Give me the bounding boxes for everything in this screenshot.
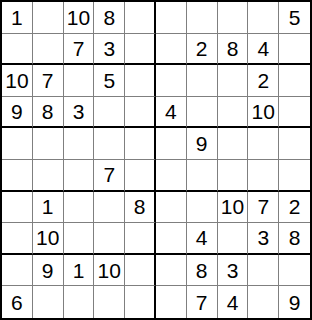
cell-r6c10[interactable] (279, 160, 310, 192)
cell-r2c6[interactable] (156, 34, 187, 66)
cell-r6c3[interactable] (64, 160, 95, 192)
cell-r4c3[interactable]: 3 (64, 97, 95, 129)
cell-r1c8[interactable] (218, 2, 249, 34)
cell-r9c2[interactable]: 9 (33, 255, 64, 287)
cell-r5c6[interactable] (156, 128, 187, 160)
cell-r5c9[interactable] (248, 128, 279, 160)
cell-r1c7[interactable] (187, 2, 218, 34)
cell-r5c8[interactable] (218, 128, 249, 160)
cell-r2c5[interactable] (125, 34, 156, 66)
cell-r10c5[interactable] (125, 286, 156, 318)
cell-r8c3[interactable] (64, 223, 95, 255)
cell-r6c9[interactable] (248, 160, 279, 192)
cell-r9c5[interactable] (125, 255, 156, 287)
cell-r2c7[interactable]: 2 (187, 34, 218, 66)
cell-r1c1[interactable]: 1 (2, 2, 33, 34)
cell-r2c3[interactable]: 7 (64, 34, 95, 66)
cell-r10c7[interactable]: 7 (187, 286, 218, 318)
cell-r8c2[interactable]: 10 (33, 223, 64, 255)
cell-r4c8[interactable] (218, 97, 249, 129)
cell-r9c10[interactable] (279, 255, 310, 287)
cell-r3c1[interactable]: 10 (2, 65, 33, 97)
cell-r10c9[interactable] (248, 286, 279, 318)
cell-r10c2[interactable] (33, 286, 64, 318)
cell-r6c1[interactable] (2, 160, 33, 192)
cell-r7c1[interactable] (2, 192, 33, 224)
cell-r9c8[interactable]: 3 (218, 255, 249, 287)
cell-r4c4[interactable] (94, 97, 125, 129)
cell-r7c4[interactable] (94, 192, 125, 224)
cell-r5c5[interactable] (125, 128, 156, 160)
cell-r3c10[interactable] (279, 65, 310, 97)
cell-r4c9[interactable]: 10 (248, 97, 279, 129)
cell-r9c3[interactable]: 1 (64, 255, 95, 287)
cell-r3c5[interactable] (125, 65, 156, 97)
cell-r9c4[interactable]: 10 (94, 255, 125, 287)
cell-r7c9[interactable]: 7 (248, 192, 279, 224)
cell-r9c6[interactable] (156, 255, 187, 287)
cell-r7c3[interactable] (64, 192, 95, 224)
cell-r4c10[interactable] (279, 97, 310, 129)
cell-r4c1[interactable]: 9 (2, 97, 33, 129)
cell-r6c5[interactable] (125, 160, 156, 192)
cell-r4c6[interactable]: 4 (156, 97, 187, 129)
cell-r3c2[interactable]: 7 (33, 65, 64, 97)
cell-r5c2[interactable] (33, 128, 64, 160)
cell-r2c10[interactable] (279, 34, 310, 66)
cell-r2c4[interactable]: 3 (94, 34, 125, 66)
cell-r5c7[interactable]: 9 (187, 128, 218, 160)
cell-r2c8[interactable]: 8 (218, 34, 249, 66)
cell-r7c5[interactable]: 8 (125, 192, 156, 224)
cell-r1c2[interactable] (33, 2, 64, 34)
cell-r7c10[interactable]: 2 (279, 192, 310, 224)
cell-r4c2[interactable]: 8 (33, 97, 64, 129)
cell-r6c4[interactable]: 7 (94, 160, 125, 192)
cell-r10c4[interactable] (94, 286, 125, 318)
cell-r3c7[interactable] (187, 65, 218, 97)
cell-r2c9[interactable]: 4 (248, 34, 279, 66)
cell-r7c8[interactable]: 10 (218, 192, 249, 224)
cell-r6c2[interactable] (33, 160, 64, 192)
cell-r7c7[interactable] (187, 192, 218, 224)
cell-r8c4[interactable] (94, 223, 125, 255)
cell-r5c3[interactable] (64, 128, 95, 160)
cell-r4c5[interactable] (125, 97, 156, 129)
cell-r2c2[interactable] (33, 34, 64, 66)
cell-r1c10[interactable]: 5 (279, 2, 310, 34)
cell-r6c6[interactable] (156, 160, 187, 192)
cell-r1c4[interactable]: 8 (94, 2, 125, 34)
cell-r1c5[interactable] (125, 2, 156, 34)
cell-r10c10[interactable]: 9 (279, 286, 310, 318)
cell-r1c3[interactable]: 10 (64, 2, 95, 34)
cell-r1c9[interactable] (248, 2, 279, 34)
cell-r5c10[interactable] (279, 128, 310, 160)
cell-r8c1[interactable] (2, 223, 33, 255)
cell-r10c1[interactable]: 6 (2, 286, 33, 318)
cell-r3c6[interactable] (156, 65, 187, 97)
cell-r10c6[interactable] (156, 286, 187, 318)
sudoku-board: 1108573284107529834109718107210438911083… (0, 0, 312, 320)
cell-r8c5[interactable] (125, 223, 156, 255)
cell-r8c7[interactable]: 4 (187, 223, 218, 255)
cell-r1c6[interactable] (156, 2, 187, 34)
cell-r9c9[interactable] (248, 255, 279, 287)
cell-r6c8[interactable] (218, 160, 249, 192)
cell-r3c4[interactable]: 5 (94, 65, 125, 97)
cell-r9c1[interactable] (2, 255, 33, 287)
cell-r2c1[interactable] (2, 34, 33, 66)
cell-r10c3[interactable] (64, 286, 95, 318)
cell-r8c9[interactable]: 3 (248, 223, 279, 255)
cell-r5c4[interactable] (94, 128, 125, 160)
cell-r8c8[interactable] (218, 223, 249, 255)
cell-r10c8[interactable]: 4 (218, 286, 249, 318)
cell-r4c7[interactable] (187, 97, 218, 129)
cell-r5c1[interactable] (2, 128, 33, 160)
cell-r7c2[interactable]: 1 (33, 192, 64, 224)
cell-r6c7[interactable] (187, 160, 218, 192)
cell-r3c8[interactable] (218, 65, 249, 97)
cell-r9c7[interactable]: 8 (187, 255, 218, 287)
cell-r7c6[interactable] (156, 192, 187, 224)
cell-r8c10[interactable]: 8 (279, 223, 310, 255)
cell-r8c6[interactable] (156, 223, 187, 255)
cell-r3c3[interactable] (64, 65, 95, 97)
cell-r3c9[interactable]: 2 (248, 65, 279, 97)
